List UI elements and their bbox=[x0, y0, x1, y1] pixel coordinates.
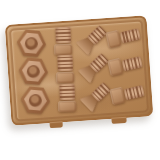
cavity-grid bbox=[13, 22, 145, 116]
nut-hole bbox=[28, 93, 42, 107]
bolt-cavity-horizontal bbox=[109, 82, 145, 105]
mold-tab-left bbox=[50, 121, 63, 128]
cavity-cell bbox=[16, 29, 47, 57]
cavity-cell bbox=[79, 57, 109, 77]
mold-tab-right bbox=[111, 117, 126, 124]
bolt-threads bbox=[120, 28, 141, 43]
cavity-cell bbox=[110, 84, 144, 102]
bolt-head bbox=[58, 100, 76, 112]
hex-nut-cavity bbox=[19, 86, 50, 114]
cavity-cell bbox=[108, 56, 142, 74]
cavity-cell bbox=[20, 86, 51, 114]
bolt-cavity-diagonal bbox=[77, 51, 110, 84]
cavity-cell bbox=[57, 83, 77, 112]
silicone-mold bbox=[5, 15, 154, 126]
bolt-cavity-horizontal bbox=[105, 25, 141, 48]
cavity-cell bbox=[81, 86, 111, 106]
bolt-threads bbox=[57, 55, 73, 72]
scene bbox=[0, 0, 160, 160]
bolt-threads bbox=[59, 84, 75, 101]
bolt-threads bbox=[124, 84, 145, 99]
hex-nut-cavity bbox=[17, 57, 48, 85]
bolt-cavity-vertical bbox=[55, 55, 74, 84]
bolt-threads bbox=[122, 56, 143, 71]
bolt-threads bbox=[55, 27, 71, 44]
bolt-cavity-diagonal bbox=[79, 79, 112, 112]
bolt-cavity-diagonal bbox=[75, 23, 108, 56]
bolt-cavity-horizontal bbox=[107, 54, 143, 77]
cavity-cell bbox=[77, 29, 107, 49]
bolt-head bbox=[56, 72, 74, 84]
cavity-cell bbox=[18, 58, 49, 86]
bolt-cavity-vertical bbox=[57, 83, 76, 112]
nut-hole bbox=[24, 36, 38, 50]
bolt-cavity-vertical bbox=[53, 27, 72, 56]
hex-nut-cavity bbox=[15, 29, 46, 57]
cavity-cell bbox=[106, 28, 140, 46]
cavity-cell bbox=[55, 55, 75, 84]
cavity-cell bbox=[53, 27, 73, 56]
